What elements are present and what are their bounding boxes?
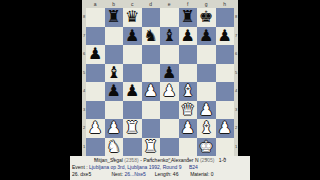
white-knight-piece[interactable]: ♞ <box>105 138 124 157</box>
white-bishop-piece[interactable]: ♝ <box>179 82 198 101</box>
square-f6[interactable] <box>179 45 198 64</box>
square-h6[interactable] <box>216 45 235 64</box>
square-c7[interactable]: ♟ <box>123 27 142 46</box>
square-g5[interactable] <box>197 64 216 83</box>
square-f4[interactable]: ♝ <box>179 82 198 101</box>
black-rook-piece[interactable]: ♜ <box>179 8 198 27</box>
square-a5[interactable] <box>86 64 105 83</box>
black-knight-piece[interactable]: ♞ <box>142 27 161 46</box>
black-pawn-piece[interactable]: ♟ <box>179 27 198 46</box>
event-label: Event : <box>72 164 88 170</box>
material-group: Material: 0 <box>190 171 213 177</box>
event-line: Event : Ljubljana op 3rd, Ljubljana 1992… <box>72 164 198 170</box>
black-rook-piece[interactable]: ♜ <box>105 8 124 27</box>
square-d4[interactable]: ♟ <box>142 82 161 101</box>
square-h1[interactable] <box>216 138 235 157</box>
square-a7[interactable] <box>86 27 105 46</box>
square-b1[interactable]: ♞ <box>105 138 124 157</box>
black-pawn-piece[interactable]: ♟ <box>216 27 235 46</box>
square-h3[interactable] <box>216 101 235 120</box>
game-info-panel: Mitjan_Segal (2318) - Panchenko_Alexande… <box>70 156 250 180</box>
white-rook-piece[interactable]: ♜ <box>123 119 142 138</box>
white-queen-piece[interactable]: ♛ <box>179 101 198 120</box>
square-c4[interactable]: ♟ <box>123 82 142 101</box>
white-pawn-piece[interactable]: ♟ <box>105 119 124 138</box>
material-label: Material: <box>190 171 209 177</box>
eco-code: B24 <box>189 164 198 170</box>
white-pawn-piece[interactable]: ♟ <box>216 119 235 138</box>
square-h5[interactable] <box>216 64 235 83</box>
square-e8[interactable] <box>160 8 179 27</box>
square-e5[interactable]: ♟ <box>160 64 179 83</box>
rank-label-4: 4 <box>234 82 238 101</box>
black-queen-piece[interactable]: ♛ <box>123 8 142 27</box>
black-pawn-piece[interactable]: ♟ <box>123 82 142 101</box>
file-label-h: h <box>216 0 235 8</box>
square-c6[interactable] <box>123 45 142 64</box>
square-h7[interactable]: ♟ <box>216 27 235 46</box>
square-g2[interactable]: ♝ <box>197 119 216 138</box>
square-g3[interactable]: ♟ <box>197 101 216 120</box>
black-king-piece[interactable]: ♚ <box>197 8 216 27</box>
square-g7[interactable]: ♟ <box>197 27 216 46</box>
square-h2[interactable]: ♟ <box>216 119 235 138</box>
square-c3[interactable] <box>123 101 142 120</box>
square-g1[interactable]: ♚ <box>197 138 216 157</box>
square-h8[interactable] <box>216 8 235 27</box>
rank-label-2: 2 <box>234 119 238 138</box>
square-f7[interactable]: ♟ <box>179 27 198 46</box>
event-text: Ljubljana op 3rd, Ljubljana 1992, Round … <box>89 164 182 170</box>
white-player-elo: (2318) <box>124 157 138 163</box>
square-e6[interactable] <box>160 45 179 64</box>
square-a4[interactable] <box>86 82 105 101</box>
square-b5[interactable]: ♝ <box>105 64 124 83</box>
square-f2[interactable]: ♟ <box>179 119 198 138</box>
square-c5[interactable] <box>123 64 142 83</box>
black-pawn-piece[interactable]: ♟ <box>160 64 179 83</box>
square-c8[interactable]: ♛ <box>123 8 142 27</box>
square-b6[interactable] <box>105 45 124 64</box>
game-result: 1-0 <box>219 157 226 163</box>
square-e4[interactable]: ♟ <box>160 82 179 101</box>
black-bishop-piece[interactable]: ♝ <box>105 64 124 83</box>
chess-viewer-window: abcdefgh 87654321 87654321 ♜♛♜♚♟♞♝♟♟♟♟♝♟… <box>0 0 320 180</box>
square-d2[interactable] <box>142 119 161 138</box>
square-d6[interactable] <box>142 45 161 64</box>
black-pawn-piece[interactable]: ♟ <box>86 45 105 64</box>
length-label: Length: <box>155 171 172 177</box>
square-b3[interactable] <box>105 101 124 120</box>
square-g4[interactable] <box>197 82 216 101</box>
next-label: Next: <box>111 171 123 177</box>
next-move-group: Next: 26...Nxe5 <box>111 171 153 177</box>
square-a2[interactable]: ♟ <box>86 119 105 138</box>
black-pawn-piece[interactable]: ♟ <box>197 27 216 46</box>
square-f1[interactable] <box>179 138 198 157</box>
black-bishop-piece[interactable]: ♝ <box>160 27 179 46</box>
length-value: 46 <box>173 171 179 177</box>
square-h4[interactable] <box>216 82 235 101</box>
square-e2[interactable] <box>160 119 179 138</box>
square-e7[interactable]: ♝ <box>160 27 179 46</box>
square-b8[interactable]: ♜ <box>105 8 124 27</box>
square-g6[interactable] <box>197 45 216 64</box>
square-d7[interactable]: ♞ <box>142 27 161 46</box>
material-value: 0 <box>211 171 214 177</box>
black-player-elo: (2505) <box>200 157 214 163</box>
players-separator: - <box>140 157 142 163</box>
board: ♜♛♜♚♟♞♝♟♟♟♟♝♟♟♟♟♟♝♛♟♟♟♜♟♝♟♞♜♚ <box>86 8 234 156</box>
white-pawn-piece[interactable]: ♟ <box>179 119 198 138</box>
square-f3[interactable]: ♛ <box>179 101 198 120</box>
square-a1[interactable] <box>86 138 105 157</box>
white-player-name: Mitjan_Segal <box>94 157 123 163</box>
rank-label-6: 6 <box>234 45 238 64</box>
square-b2[interactable]: ♟ <box>105 119 124 138</box>
file-label-a: a <box>86 0 105 8</box>
square-a3[interactable] <box>86 101 105 120</box>
square-b4[interactable]: ♟ <box>105 82 124 101</box>
white-rook-piece[interactable]: ♜ <box>142 138 161 157</box>
players-line: Mitjan_Segal (2318) - Panchenko_Alexande… <box>70 157 250 163</box>
white-pawn-piece[interactable]: ♟ <box>160 82 179 101</box>
black-player-name: Panchenko_Alexander N <box>143 157 198 163</box>
length-group: Length: 46 <box>155 171 189 177</box>
next-move: 26...Nxe5 <box>124 171 145 177</box>
square-e3[interactable] <box>160 101 179 120</box>
black-pawn-piece[interactable]: ♟ <box>123 27 142 46</box>
square-a8[interactable] <box>86 8 105 27</box>
white-bishop-piece[interactable]: ♝ <box>197 119 216 138</box>
file-label-d: d <box>142 0 161 8</box>
rank-labels-right: 87654321 <box>234 8 238 156</box>
rank-label-8: 8 <box>234 8 238 27</box>
rank-label-1: 1 <box>234 138 238 157</box>
file-label-e: e <box>160 0 179 8</box>
rank-label-5: 5 <box>234 64 238 83</box>
square-d5[interactable] <box>142 64 161 83</box>
square-d1[interactable]: ♜ <box>142 138 161 157</box>
current-move: 26. dxe5 <box>72 171 110 177</box>
square-e1[interactable] <box>160 138 179 157</box>
square-a6[interactable]: ♟ <box>86 45 105 64</box>
square-d8[interactable] <box>142 8 161 27</box>
square-d3[interactable] <box>142 101 161 120</box>
white-pawn-piece[interactable]: ♟ <box>142 82 161 101</box>
rank-label-7: 7 <box>234 27 238 46</box>
square-g8[interactable]: ♚ <box>197 8 216 27</box>
rank-label-3: 3 <box>234 101 238 120</box>
white-pawn-piece[interactable]: ♟ <box>197 101 216 120</box>
white-king-piece[interactable]: ♚ <box>197 138 216 157</box>
square-c1[interactable] <box>123 138 142 157</box>
square-f5[interactable] <box>179 64 198 83</box>
square-b7[interactable] <box>105 27 124 46</box>
square-c2[interactable]: ♜ <box>123 119 142 138</box>
square-f8[interactable]: ♜ <box>179 8 198 27</box>
black-pawn-piece[interactable]: ♟ <box>105 82 124 101</box>
white-pawn-piece[interactable]: ♟ <box>86 119 105 138</box>
move-status-line: 26. dxe5 Next: 26...Nxe5 Length: 46 Mate… <box>72 171 214 177</box>
